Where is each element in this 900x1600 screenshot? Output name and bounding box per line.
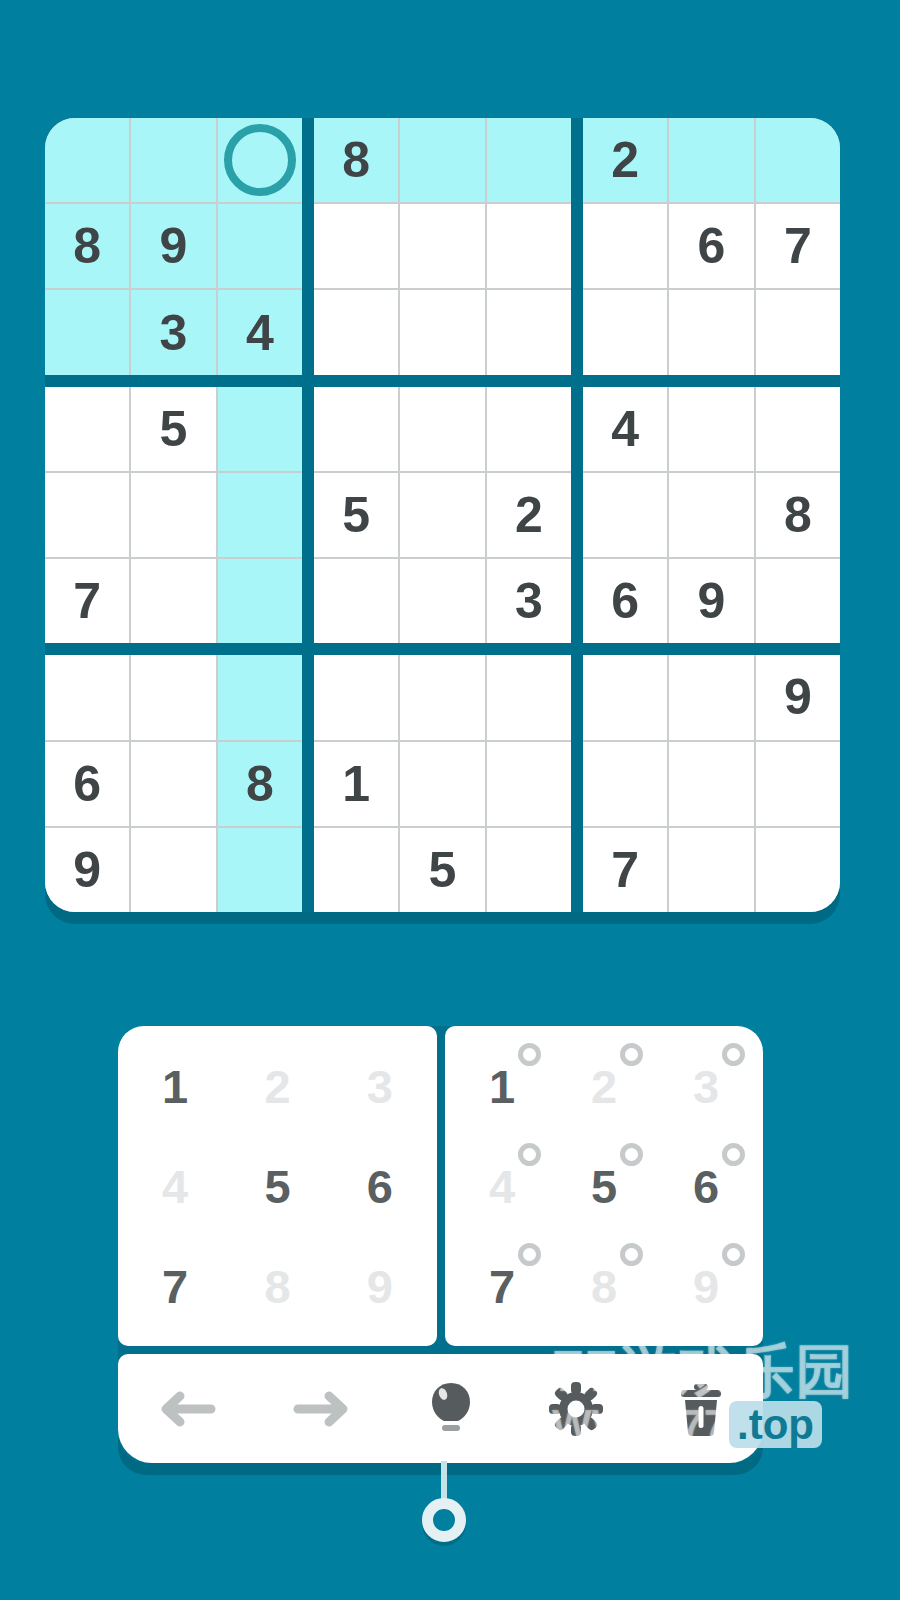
numpad-digit-4: 4 [124,1136,226,1236]
cell-r3c1[interactable] [45,290,129,374]
cell-r7c6[interactable] [487,655,571,739]
cell-r3c4[interactable] [314,290,398,374]
cell-r9c4[interactable] [314,828,398,912]
numpad-digit-8: 8 [226,1236,328,1336]
cell-r2c1[interactable]: 8 [45,204,129,288]
notes-digit-2: 2 [553,1036,655,1136]
cell-r7c9[interactable]: 9 [756,655,840,739]
box-9: 97 [583,655,840,912]
erase-button[interactable] [677,1382,725,1436]
cell-r6c5[interactable] [400,559,484,643]
cell-r9c6[interactable] [487,828,571,912]
cell-r9c8[interactable] [669,828,753,912]
cell-r8c8[interactable] [669,742,753,826]
cell-r5c2[interactable] [131,473,215,557]
box-3: 267 [583,118,840,375]
box-1: 8934 [45,118,302,375]
cell-r3c2[interactable]: 3 [131,290,215,374]
cell-r6c7[interactable]: 6 [583,559,667,643]
cell-r1c8[interactable] [669,118,753,202]
drawer-handle[interactable] [422,1498,466,1542]
notes-digit-8: 8 [553,1236,655,1336]
cell-r7c1[interactable] [45,655,129,739]
cell-r6c2[interactable] [131,559,215,643]
notes-digit-6[interactable]: 6 [655,1136,757,1236]
number-pad: 123456789 [118,1026,437,1346]
notes-pad: 123456789 [445,1026,763,1346]
redo-arrow-icon [291,1417,353,1432]
settings-button[interactable] [548,1381,604,1437]
hint-button[interactable] [427,1381,475,1437]
numpad-digit-1[interactable]: 1 [124,1036,226,1136]
box-8: 15 [314,655,571,912]
notes-digit-1[interactable]: 1 [451,1036,553,1136]
cell-r1c2[interactable] [131,118,215,202]
cell-r7c2[interactable] [131,655,215,739]
undo-arrow-icon [156,1417,218,1432]
notes-digit-3: 3 [655,1036,757,1136]
cell-r9c3[interactable] [218,828,302,912]
toolbar [118,1354,763,1463]
cell-r8c4[interactable]: 1 [314,742,398,826]
box-2: 8 [314,118,571,375]
cell-r5c1[interactable] [45,473,129,557]
cell-r5c6[interactable]: 2 [487,473,571,557]
numpad-digit-9: 9 [329,1236,431,1336]
cell-r4c3[interactable] [218,387,302,471]
cell-r2c4[interactable] [314,204,398,288]
cell-r7c5[interactable] [400,655,484,739]
redo-button[interactable] [291,1389,353,1429]
trash-icon [677,1424,725,1439]
cell-r2c5[interactable] [400,204,484,288]
cell-r5c8[interactable] [669,473,753,557]
cell-r8c9[interactable] [756,742,840,826]
cell-r3c3[interactable]: 4 [218,290,302,374]
cell-r5c9[interactable]: 8 [756,473,840,557]
cell-r8c7[interactable] [583,742,667,826]
cell-r2c8[interactable]: 6 [669,204,753,288]
cell-r6c6[interactable]: 3 [487,559,571,643]
cell-r1c9[interactable] [756,118,840,202]
cell-r4c6[interactable] [487,387,571,471]
cell-r2c9[interactable]: 7 [756,204,840,288]
cell-r4c7[interactable]: 4 [583,387,667,471]
cell-r3c8[interactable] [669,290,753,374]
cell-r7c8[interactable] [669,655,753,739]
cell-r1c1[interactable] [45,118,129,202]
cell-r3c6[interactable] [487,290,571,374]
numpad-digit-6[interactable]: 6 [329,1136,431,1236]
cell-r1c5[interactable] [400,118,484,202]
cell-r2c3[interactable] [218,204,302,288]
cell-r3c5[interactable] [400,290,484,374]
gear-icon [548,1425,604,1440]
box-7: 689 [45,655,302,912]
notes-digit-5[interactable]: 5 [553,1136,655,1236]
drawer-handle-line [441,1461,447,1503]
lightbulb-icon [427,1425,475,1440]
box-5: 523 [314,387,571,644]
notes-digit-4: 4 [451,1136,553,1236]
cell-r2c2[interactable]: 9 [131,204,215,288]
cell-r5c5[interactable] [400,473,484,557]
cell-r3c7[interactable] [583,290,667,374]
sudoku-board: 893482675752348696891597 [45,118,840,912]
cell-r6c3[interactable] [218,559,302,643]
cell-r7c4[interactable] [314,655,398,739]
cell-r8c6[interactable] [487,742,571,826]
cell-r2c6[interactable] [487,204,571,288]
cell-r4c5[interactable] [400,387,484,471]
cell-r9c5[interactable]: 5 [400,828,484,912]
numpad-digit-3: 3 [329,1036,431,1136]
cell-r1c7[interactable]: 2 [583,118,667,202]
cell-r6c9[interactable] [756,559,840,643]
numpad-digit-5[interactable]: 5 [226,1136,328,1236]
cell-r8c1[interactable]: 6 [45,742,129,826]
box-6: 4869 [583,387,840,644]
input-cluster: 123456789 123456789 [118,1026,763,1463]
cell-r9c9[interactable] [756,828,840,912]
cell-r6c1[interactable]: 7 [45,559,129,643]
cell-r4c4[interactable] [314,387,398,471]
cell-r5c7[interactable] [583,473,667,557]
cell-r4c8[interactable] [669,387,753,471]
cell-r9c7[interactable]: 7 [583,828,667,912]
numpad-digit-7[interactable]: 7 [124,1236,226,1336]
cell-r7c3[interactable] [218,655,302,739]
cell-r4c2[interactable]: 5 [131,387,215,471]
cell-r7c7[interactable] [583,655,667,739]
cell-r8c2[interactable] [131,742,215,826]
cell-r8c3[interactable]: 8 [218,742,302,826]
cell-r4c9[interactable] [756,387,840,471]
cell-r6c4[interactable] [314,559,398,643]
cell-r1c4[interactable]: 8 [314,118,398,202]
cell-r8c5[interactable] [400,742,484,826]
cell-r9c2[interactable] [131,828,215,912]
cell-r1c6[interactable] [487,118,571,202]
cell-r5c3[interactable] [218,473,302,557]
cell-r3c9[interactable] [756,290,840,374]
cell-r5c4[interactable]: 5 [314,473,398,557]
numpad-digit-2: 2 [226,1036,328,1136]
notes-digit-7[interactable]: 7 [451,1236,553,1336]
undo-button[interactable] [156,1389,218,1429]
cell-r6c8[interactable]: 9 [669,559,753,643]
cell-r9c1[interactable]: 9 [45,828,129,912]
cell-r1c3[interactable] [218,118,302,202]
cell-r2c7[interactable] [583,204,667,288]
notes-digit-9: 9 [655,1236,757,1336]
box-4: 57 [45,387,302,644]
cell-r4c1[interactable] [45,387,129,471]
